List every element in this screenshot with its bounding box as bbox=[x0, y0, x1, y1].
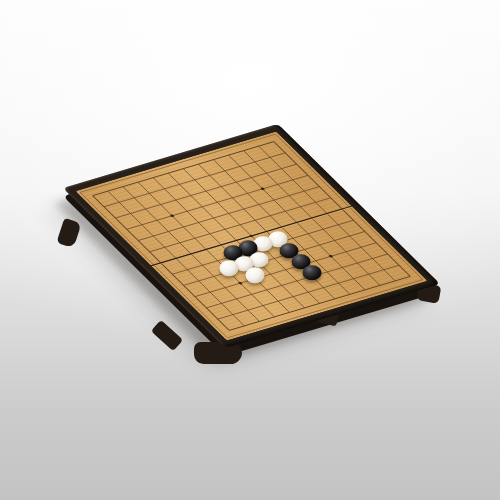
white-stone[interactable]: ○ bbox=[246, 267, 265, 283]
white-stone[interactable]: ○ bbox=[220, 261, 239, 277]
stones-layer: ●●●●●○○○○○○ bbox=[0, 0, 500, 500]
black-stone[interactable]: ● bbox=[303, 265, 322, 281]
photo-backdrop: ●●●●●○○○○○○ bbox=[0, 0, 500, 500]
